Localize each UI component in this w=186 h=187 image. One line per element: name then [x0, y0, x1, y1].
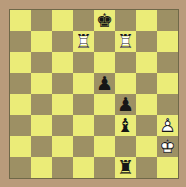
square-h4[interactable]: [157, 94, 178, 115]
square-e6[interactable]: [94, 52, 115, 73]
square-e4[interactable]: [94, 94, 115, 115]
square-a7[interactable]: [10, 31, 31, 52]
square-e5[interactable]: ♟: [94, 73, 115, 94]
square-c8[interactable]: [52, 10, 73, 31]
square-d8[interactable]: [73, 10, 94, 31]
square-b7[interactable]: [31, 31, 52, 52]
square-b1[interactable]: [31, 157, 52, 178]
square-d2[interactable]: [73, 136, 94, 157]
square-h3[interactable]: ♟♙: [157, 115, 178, 136]
square-a2[interactable]: [10, 136, 31, 157]
chess-board: ♚♜♖♜♖♟♟♝♟♙♚♔♜: [9, 9, 179, 179]
square-h2[interactable]: ♚♔: [157, 136, 178, 157]
square-f5[interactable]: [115, 73, 136, 94]
white-pawn[interactable]: ♟: [157, 115, 178, 136]
square-f8[interactable]: [115, 10, 136, 31]
white-king[interactable]: ♚: [157, 136, 178, 157]
square-f4[interactable]: ♟: [115, 94, 136, 115]
square-c3[interactable]: [52, 115, 73, 136]
square-e2[interactable]: [94, 136, 115, 157]
square-f6[interactable]: [115, 52, 136, 73]
square-d3[interactable]: [73, 115, 94, 136]
black-bishop[interactable]: ♝: [115, 115, 136, 136]
square-a3[interactable]: [10, 115, 31, 136]
square-d4[interactable]: [73, 94, 94, 115]
square-f7[interactable]: ♜♖: [115, 31, 136, 52]
black-pawn[interactable]: ♟: [94, 73, 115, 94]
square-a1[interactable]: [10, 157, 31, 178]
square-e3[interactable]: [94, 115, 115, 136]
square-c2[interactable]: [52, 136, 73, 157]
square-c4[interactable]: [52, 94, 73, 115]
square-g2[interactable]: [136, 136, 157, 157]
square-f1[interactable]: ♜: [115, 157, 136, 178]
square-g1[interactable]: [136, 157, 157, 178]
square-a5[interactable]: [10, 73, 31, 94]
square-b4[interactable]: [31, 94, 52, 115]
square-b2[interactable]: [31, 136, 52, 157]
square-a6[interactable]: [10, 52, 31, 73]
square-d6[interactable]: [73, 52, 94, 73]
square-d5[interactable]: [73, 73, 94, 94]
square-b8[interactable]: [31, 10, 52, 31]
square-g5[interactable]: [136, 73, 157, 94]
square-g3[interactable]: [136, 115, 157, 136]
square-h1[interactable]: [157, 157, 178, 178]
square-h7[interactable]: [157, 31, 178, 52]
square-b6[interactable]: [31, 52, 52, 73]
square-c6[interactable]: [52, 52, 73, 73]
square-e8[interactable]: ♚: [94, 10, 115, 31]
square-g8[interactable]: [136, 10, 157, 31]
square-f3[interactable]: ♝: [115, 115, 136, 136]
black-rook[interactable]: ♜: [115, 157, 136, 178]
square-f2[interactable]: [115, 136, 136, 157]
square-b5[interactable]: [31, 73, 52, 94]
white-king[interactable]: ♔: [157, 136, 178, 157]
square-e1[interactable]: [94, 157, 115, 178]
square-c1[interactable]: [52, 157, 73, 178]
white-rook[interactable]: ♖: [115, 31, 136, 52]
square-b3[interactable]: [31, 115, 52, 136]
white-pawn[interactable]: ♙: [157, 115, 178, 136]
white-rook[interactable]: ♜: [73, 31, 94, 52]
square-c5[interactable]: [52, 73, 73, 94]
square-d7[interactable]: ♜♖: [73, 31, 94, 52]
black-king[interactable]: ♚: [94, 10, 115, 31]
black-pawn[interactable]: ♟: [115, 94, 136, 115]
square-e7[interactable]: [94, 31, 115, 52]
square-c7[interactable]: [52, 31, 73, 52]
square-g4[interactable]: [136, 94, 157, 115]
square-a8[interactable]: [10, 10, 31, 31]
square-g7[interactable]: [136, 31, 157, 52]
square-g6[interactable]: [136, 52, 157, 73]
white-rook[interactable]: ♖: [73, 31, 94, 52]
square-h6[interactable]: [157, 52, 178, 73]
white-rook[interactable]: ♜: [115, 31, 136, 52]
chess-diagram-frame: ♚♜♖♜♖♟♟♝♟♙♚♔♜: [0, 0, 186, 187]
square-h8[interactable]: [157, 10, 178, 31]
square-h5[interactable]: [157, 73, 178, 94]
square-a4[interactable]: [10, 94, 31, 115]
square-d1[interactable]: [73, 157, 94, 178]
